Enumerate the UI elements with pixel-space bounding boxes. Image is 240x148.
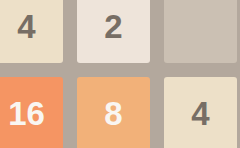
empty-cell xyxy=(164,0,237,63)
game-2048-board[interactable]: 4 2 16 8 4 xyxy=(0,0,237,148)
tile-8: 8 xyxy=(77,77,150,148)
tile-4: 4 xyxy=(0,0,63,63)
tile-2: 2 xyxy=(77,0,150,63)
tile-4: 4 xyxy=(164,77,237,148)
game-2048-viewport: 4 2 16 8 4 xyxy=(0,0,240,148)
tile-16: 16 xyxy=(0,77,63,148)
